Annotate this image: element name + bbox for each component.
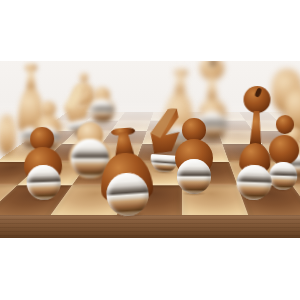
- dark-king: [236, 85, 275, 200]
- light-rook-knob: [80, 73, 89, 82]
- dark-pawn-chrome: [26, 164, 62, 200]
- light-pawn: [89, 87, 115, 123]
- pieces-layer: [0, 61, 300, 238]
- light-blob: [0, 115, 16, 155]
- dark-pawn: [23, 126, 64, 200]
- light-blob-bl: [0, 115, 16, 155]
- dark-king-chrome: [236, 164, 272, 200]
- dark-pawn-chrome: [269, 162, 298, 191]
- product-photo: [0, 61, 300, 238]
- dark-queen: [97, 126, 155, 217]
- dark-pawn-head: [275, 115, 294, 134]
- dark-pawn: [175, 118, 213, 194]
- dark-pawn-body: [269, 135, 300, 166]
- light-pawn-chrome: [90, 99, 114, 123]
- dark-pawn-chrome: [177, 159, 212, 194]
- chess-set-photo: [0, 0, 300, 300]
